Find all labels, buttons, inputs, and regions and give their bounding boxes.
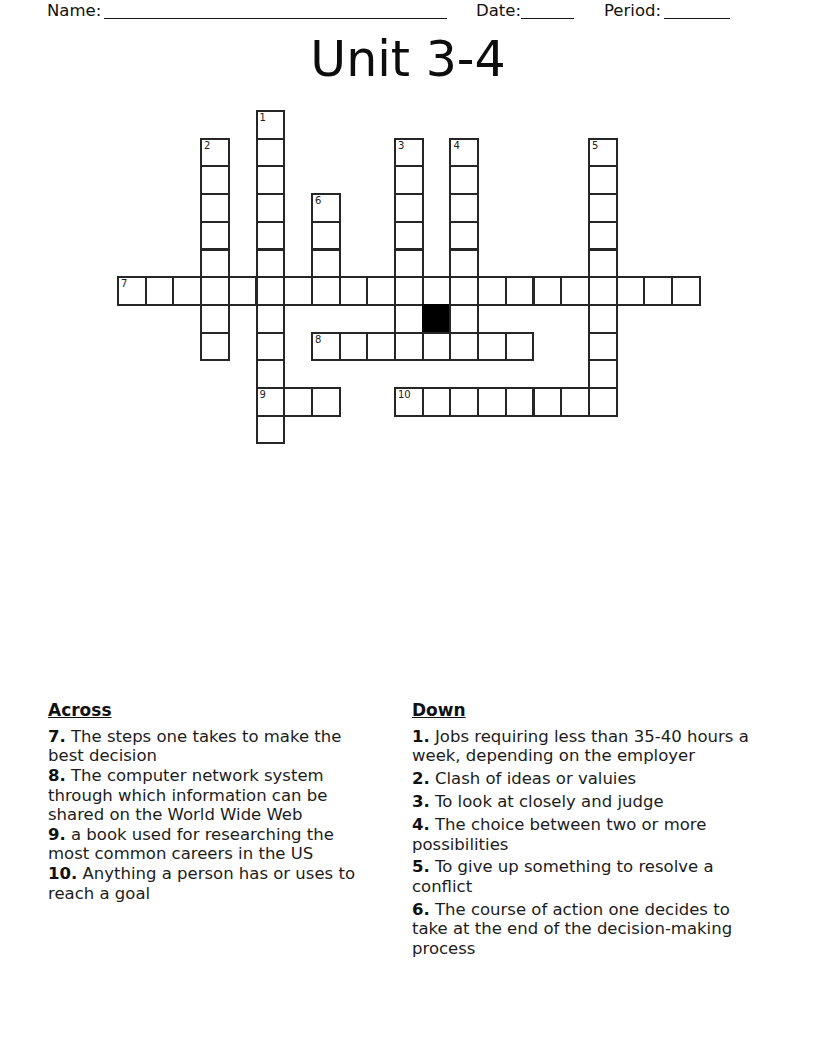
answer-cell[interactable] — [422, 387, 452, 417]
answer-cell[interactable] — [477, 387, 507, 417]
clue-item: 10. Anything a person has or uses to rea… — [48, 864, 355, 903]
answer-cell[interactable] — [449, 387, 479, 417]
answer-cell[interactable] — [394, 249, 424, 279]
answer-cell[interactable]: 6 — [311, 193, 341, 223]
answer-cell[interactable] — [200, 221, 230, 251]
answer-cell[interactable] — [311, 249, 341, 279]
answer-cell[interactable] — [145, 276, 175, 306]
answer-cell[interactable] — [449, 193, 479, 223]
crossword-worksheet: { "game": "crossword", "title": "Unit 3-… — [0, 0, 816, 1056]
answer-cell[interactable] — [560, 387, 590, 417]
clue-number: 9. — [48, 825, 66, 844]
answer-cell[interactable] — [200, 249, 230, 279]
period-blank-line[interactable] — [664, 3, 730, 19]
answer-cell[interactable] — [588, 276, 618, 306]
answer-cell[interactable] — [256, 415, 286, 445]
answer-cell[interactable] — [311, 221, 341, 251]
answer-cell[interactable] — [339, 332, 369, 362]
answer-cell[interactable] — [588, 387, 618, 417]
answer-cell[interactable] — [422, 332, 452, 362]
clue-number: 5. — [412, 857, 430, 876]
clue-item: 3. To look at closely and judge — [412, 792, 760, 811]
answer-cell[interactable]: 4 — [449, 138, 479, 168]
answer-cell[interactable] — [256, 249, 286, 279]
answer-cell[interactable]: 3 — [394, 138, 424, 168]
answer-cell[interactable]: 2 — [200, 138, 230, 168]
page-title: Unit 3-4 — [0, 33, 816, 87]
clue-number-label: 9 — [260, 389, 266, 400]
clue-number: 10. — [48, 864, 77, 883]
clue-item: 5. To give up something to resolve a con… — [412, 857, 760, 896]
clue-number-label: 6 — [315, 195, 321, 206]
answer-cell[interactable] — [311, 387, 341, 417]
answer-cell[interactable] — [200, 332, 230, 362]
answer-cell[interactable] — [394, 221, 424, 251]
answer-cell[interactable] — [588, 249, 618, 279]
down-heading: Down — [412, 700, 760, 720]
answer-cell[interactable] — [588, 165, 618, 195]
answer-cell[interactable] — [449, 332, 479, 362]
answer-cell[interactable] — [256, 193, 286, 223]
answer-cell[interactable] — [588, 193, 618, 223]
answer-cell[interactable] — [588, 332, 618, 362]
clue-number-label: 4 — [453, 140, 459, 151]
across-clue-list: 7. The steps one takes to make the best … — [48, 727, 355, 903]
clue-number-label: 1 — [260, 112, 266, 123]
name-blank-line[interactable] — [104, 3, 447, 19]
answer-cell[interactable] — [588, 221, 618, 251]
answer-cell[interactable] — [477, 276, 507, 306]
clue-number-label: 3 — [398, 140, 404, 151]
clue-item: 2. Clash of ideas or valuies — [412, 769, 760, 788]
answer-cell[interactable] — [366, 276, 396, 306]
across-heading: Across — [48, 700, 355, 720]
answer-cell[interactable] — [449, 304, 479, 334]
answer-cell[interactable] — [616, 276, 646, 306]
clue-number-label: 7 — [121, 278, 127, 289]
answer-cell[interactable] — [256, 332, 286, 362]
clue-number: 6. — [412, 900, 430, 919]
answer-cell[interactable] — [560, 276, 590, 306]
clue-item: 4. The choice between two or more possib… — [412, 815, 760, 854]
clue-number-label: 10 — [398, 389, 411, 400]
answer-cell[interactable] — [256, 138, 286, 168]
answer-cell[interactable] — [588, 359, 618, 389]
answer-cell[interactable] — [477, 332, 507, 362]
down-clue-list: 1. Jobs requiring less than 35-40 hours … — [412, 727, 760, 958]
clue-number: 7. — [48, 727, 66, 746]
answer-cell[interactable] — [228, 276, 258, 306]
period-label: Period: — [604, 1, 661, 21]
answer-cell[interactable] — [449, 249, 479, 279]
worksheet-header: Name: Date: Period: — [0, 0, 816, 26]
answer-cell[interactable] — [505, 332, 535, 362]
answer-cell[interactable] — [422, 276, 452, 306]
answer-cell[interactable] — [283, 276, 313, 306]
across-section: Across 7. The steps one takes to make th… — [48, 700, 355, 904]
clue-item: 6. The course of action one decides to t… — [412, 900, 760, 958]
date-label: Date: — [476, 1, 521, 21]
answer-cell[interactable] — [394, 165, 424, 195]
clue-number-label: 2 — [204, 140, 210, 151]
answer-cell[interactable] — [256, 165, 286, 195]
clue-item: 7. The steps one takes to make the best … — [48, 727, 355, 766]
answer-cell[interactable] — [394, 276, 424, 306]
answer-cell[interactable] — [366, 332, 396, 362]
clue-item: 8. The computer network system through w… — [48, 766, 355, 824]
answer-cell[interactable] — [256, 221, 286, 251]
answer-cell[interactable]: 5 — [588, 138, 618, 168]
answer-cell[interactable] — [339, 276, 369, 306]
answer-cell[interactable] — [671, 276, 701, 306]
answer-cell[interactable] — [449, 165, 479, 195]
answer-cell[interactable] — [311, 276, 341, 306]
clue-item: 9. a book used for researching the most … — [48, 825, 355, 864]
answer-cell[interactable] — [588, 304, 618, 334]
answer-cell[interactable] — [172, 276, 202, 306]
clue-number: 8. — [48, 766, 66, 785]
answer-cell[interactable] — [449, 276, 479, 306]
crossword-grid: 12345678910 — [117, 110, 701, 444]
answer-cell[interactable] — [394, 304, 424, 334]
answer-cell[interactable]: 10 — [394, 387, 424, 417]
answer-cell[interactable] — [256, 359, 286, 389]
answer-cell[interactable] — [643, 276, 673, 306]
clue-number: 2. — [412, 769, 430, 788]
clue-number-label: 8 — [315, 334, 321, 345]
blocked-cell — [422, 304, 452, 334]
answer-cell[interactable] — [394, 193, 424, 223]
answer-cell[interactable] — [505, 387, 535, 417]
answer-cell[interactable] — [533, 387, 563, 417]
answer-cell[interactable] — [394, 332, 424, 362]
answer-cell[interactable] — [200, 165, 230, 195]
answer-cell[interactable] — [283, 387, 313, 417]
clue-number: 1. — [412, 727, 430, 746]
clue-number: 3. — [412, 792, 430, 811]
clue-number-label: 5 — [592, 140, 598, 151]
answer-cell[interactable]: 1 — [256, 110, 286, 140]
answer-cell[interactable]: 8 — [311, 332, 341, 362]
date-blank-line[interactable] — [521, 3, 574, 19]
answer-cell[interactable] — [200, 304, 230, 334]
answer-cell[interactable] — [449, 221, 479, 251]
answer-cell[interactable] — [200, 276, 230, 306]
clue-item: 1. Jobs requiring less than 35-40 hours … — [412, 727, 760, 766]
answer-cell[interactable]: 7 — [117, 276, 147, 306]
answer-cell[interactable] — [200, 193, 230, 223]
answer-cell[interactable] — [533, 276, 563, 306]
name-label: Name: — [47, 1, 101, 21]
down-section: Down 1. Jobs requiring less than 35-40 h… — [412, 700, 760, 961]
clue-number: 4. — [412, 815, 430, 834]
answer-cell[interactable]: 9 — [256, 387, 286, 417]
answer-cell[interactable] — [505, 276, 535, 306]
answer-cell[interactable] — [256, 304, 286, 334]
answer-cell[interactable] — [256, 276, 286, 306]
